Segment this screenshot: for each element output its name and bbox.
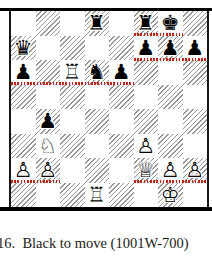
- black-rook: ♜: [85, 11, 110, 36]
- square-f4: [134, 109, 159, 134]
- square-e1: [109, 183, 134, 208]
- square-d2: [85, 158, 110, 183]
- black-knight: ♞: [85, 60, 110, 85]
- square-b5: [36, 85, 61, 110]
- square-e5: [109, 85, 134, 110]
- square-c5: [60, 85, 85, 110]
- square-h5: [183, 85, 208, 110]
- square-g6: [158, 60, 183, 85]
- square-c2: [60, 158, 85, 183]
- square-h3: [183, 134, 208, 159]
- square-d1: ♖: [85, 183, 110, 208]
- white-queen: ♕: [134, 158, 159, 183]
- square-d3: [85, 134, 110, 159]
- square-c8: [60, 11, 85, 36]
- square-f1: [134, 183, 159, 208]
- square-d7: [85, 36, 110, 61]
- white-rook: ♖: [85, 183, 110, 208]
- square-b7: [36, 36, 61, 61]
- square-b6: [36, 60, 61, 85]
- white-pawn: ♙: [11, 158, 36, 183]
- square-g3: [158, 134, 183, 159]
- square-e2: [109, 158, 134, 183]
- square-e4: [109, 109, 134, 134]
- square-h2: ♙: [183, 158, 208, 183]
- diagram-caption: 16. Black to move (1001W-700): [0, 235, 212, 252]
- black-pawn: ♟: [109, 60, 134, 85]
- square-h8: [183, 11, 208, 36]
- square-a3: [11, 134, 36, 159]
- square-e7: [109, 36, 134, 61]
- square-a2: ♙: [11, 158, 36, 183]
- square-b2: ♙: [36, 158, 61, 183]
- square-e3: [109, 134, 134, 159]
- chess-diagram-page: ♜♜♚♛♟♟♟♟♖♞♟♟♘♙♙♙♕♙♙♖♔ 16. Black to move …: [0, 0, 212, 259]
- square-h4: [183, 109, 208, 134]
- square-a7: ♛: [11, 36, 36, 61]
- square-d6: ♞: [85, 60, 110, 85]
- square-a1: [11, 183, 36, 208]
- square-a6: ♟: [11, 60, 36, 85]
- chess-board: ♜♜♚♛♟♟♟♟♖♞♟♟♘♙♙♙♕♙♙♖♔: [9, 11, 209, 207]
- white-pawn: ♙: [134, 134, 159, 159]
- white-rook: ♖: [60, 60, 85, 85]
- square-b3: ♘: [36, 134, 61, 159]
- square-g7: ♟: [158, 36, 183, 61]
- square-c4: [60, 109, 85, 134]
- square-e8: [109, 11, 134, 36]
- black-pawn: ♟: [11, 60, 36, 85]
- square-c7: [60, 36, 85, 61]
- square-b4: ♟: [36, 109, 61, 134]
- square-h6: [183, 60, 208, 85]
- square-g1: ♔: [158, 183, 183, 208]
- black-pawn: ♟: [158, 36, 183, 61]
- square-a8: [11, 11, 36, 36]
- square-f2: ♕: [134, 158, 159, 183]
- square-f8: ♜: [134, 11, 159, 36]
- square-f6: [134, 60, 159, 85]
- black-pawn: ♟: [36, 109, 61, 134]
- square-c3: [60, 134, 85, 159]
- white-knight: ♘: [36, 134, 61, 159]
- square-d4: [85, 109, 110, 134]
- square-e6: ♟: [109, 60, 134, 85]
- square-b8: [36, 11, 61, 36]
- square-f7: ♟: [134, 36, 159, 61]
- square-g2: ♙: [158, 158, 183, 183]
- square-a4: [11, 109, 36, 134]
- square-h7: ♟: [183, 36, 208, 61]
- square-f3: ♙: [134, 134, 159, 159]
- white-pawn: ♙: [36, 158, 61, 183]
- board-bottom-rule: [0, 207, 212, 211]
- square-g4: [158, 109, 183, 134]
- black-pawn: ♟: [134, 36, 159, 61]
- square-g8: ♚: [158, 11, 183, 36]
- square-b1: [36, 183, 61, 208]
- black-king: ♚: [158, 11, 183, 36]
- board-grid: ♜♜♚♛♟♟♟♟♖♞♟♟♘♙♙♙♕♙♙♖♔: [11, 11, 207, 207]
- square-h1: [183, 183, 208, 208]
- black-pawn: ♟: [183, 36, 208, 61]
- square-d8: ♜: [85, 11, 110, 36]
- black-queen: ♛: [11, 36, 36, 61]
- square-d5: [85, 85, 110, 110]
- black-rook: ♜: [134, 11, 159, 36]
- square-c1: [60, 183, 85, 208]
- square-a5: [11, 85, 36, 110]
- white-king: ♔: [158, 183, 183, 208]
- square-c6: ♖: [60, 60, 85, 85]
- white-pawn: ♙: [158, 158, 183, 183]
- square-g5: [158, 85, 183, 110]
- white-pawn: ♙: [183, 158, 208, 183]
- square-f5: [134, 85, 159, 110]
